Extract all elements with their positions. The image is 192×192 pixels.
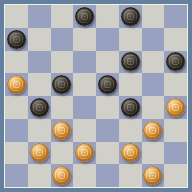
square-r5c3 [73, 119, 96, 142]
square-r0c4 [96, 5, 119, 28]
square-r1c3 [73, 28, 96, 51]
square-r3c4[interactable] [96, 73, 119, 96]
dark-piece-r0c3[interactable] [75, 7, 94, 26]
dark-piece-r2c7[interactable] [166, 52, 185, 71]
gold-piece-r5c2[interactable] [52, 121, 71, 140]
square-r0c2 [51, 5, 74, 28]
square-r7c2[interactable] [51, 164, 74, 187]
square-r6c1[interactable] [28, 142, 51, 165]
square-r0c0 [5, 5, 28, 28]
square-r4c5[interactable] [119, 96, 142, 119]
square-r1c5 [119, 28, 142, 51]
gold-piece-r3c0[interactable] [7, 75, 26, 94]
square-r4c1[interactable] [28, 96, 51, 119]
dark-piece-r3c2[interactable] [52, 75, 71, 94]
dark-piece-r1c0[interactable] [7, 30, 26, 49]
gold-piece-r6c1[interactable] [30, 143, 49, 162]
dark-piece-r2c5[interactable] [121, 52, 140, 71]
gold-piece-r7c2[interactable] [52, 166, 71, 185]
square-r5c2[interactable] [51, 119, 74, 142]
checkers-app [0, 0, 192, 192]
square-r3c3 [73, 73, 96, 96]
square-r2c5[interactable] [119, 51, 142, 74]
square-r6c4 [96, 142, 119, 165]
square-r5c4[interactable] [96, 119, 119, 142]
square-r3c0[interactable] [5, 73, 28, 96]
square-r2c2 [51, 51, 74, 74]
square-r5c6[interactable] [142, 119, 165, 142]
board-frame [0, 0, 192, 192]
square-r0c5[interactable] [119, 5, 142, 28]
square-r0c3[interactable] [73, 5, 96, 28]
square-r4c3[interactable] [73, 96, 96, 119]
square-r3c2[interactable] [51, 73, 74, 96]
square-r3c1 [28, 73, 51, 96]
square-r0c1[interactable] [28, 5, 51, 28]
square-r1c0[interactable] [5, 28, 28, 51]
square-r0c7[interactable] [164, 5, 187, 28]
gold-piece-r4c7[interactable] [166, 98, 185, 117]
square-r5c5 [119, 119, 142, 142]
square-r1c6[interactable] [142, 28, 165, 51]
square-r7c3 [73, 164, 96, 187]
square-r7c6[interactable] [142, 164, 165, 187]
square-r2c3[interactable] [73, 51, 96, 74]
dark-piece-r4c1[interactable] [30, 98, 49, 117]
square-r4c6 [142, 96, 165, 119]
square-r0c6 [142, 5, 165, 28]
gold-piece-r6c5[interactable] [121, 143, 140, 162]
square-r1c4[interactable] [96, 28, 119, 51]
gold-piece-r7c6[interactable] [143, 166, 162, 185]
square-r5c1 [28, 119, 51, 142]
square-r7c7 [164, 164, 187, 187]
square-r3c6[interactable] [142, 73, 165, 96]
square-r2c1[interactable] [28, 51, 51, 74]
square-r2c0 [5, 51, 28, 74]
square-r7c5 [119, 164, 142, 187]
square-r6c3[interactable] [73, 142, 96, 165]
dark-piece-r3c4[interactable] [98, 75, 117, 94]
square-r3c5 [119, 73, 142, 96]
square-r6c6 [142, 142, 165, 165]
square-r6c0 [5, 142, 28, 165]
gold-piece-r6c3[interactable] [75, 143, 94, 162]
square-r6c2 [51, 142, 74, 165]
square-r7c4[interactable] [96, 164, 119, 187]
square-r6c5[interactable] [119, 142, 142, 165]
square-r1c7 [164, 28, 187, 51]
square-r4c2 [51, 96, 74, 119]
square-r4c7[interactable] [164, 96, 187, 119]
square-r1c1 [28, 28, 51, 51]
dark-piece-r4c5[interactable] [121, 98, 140, 117]
square-r5c7 [164, 119, 187, 142]
square-r5c0[interactable] [5, 119, 28, 142]
square-r7c0[interactable] [5, 164, 28, 187]
square-r2c7[interactable] [164, 51, 187, 74]
square-r1c2[interactable] [51, 28, 74, 51]
square-r4c4 [96, 96, 119, 119]
square-r2c4 [96, 51, 119, 74]
dark-piece-r0c5[interactable] [121, 7, 140, 26]
square-r6c7[interactable] [164, 142, 187, 165]
square-r2c6 [142, 51, 165, 74]
square-r7c1 [28, 164, 51, 187]
square-r3c7 [164, 73, 187, 96]
square-r4c0 [5, 96, 28, 119]
gold-piece-r5c6[interactable] [143, 121, 162, 140]
checkers-board [4, 4, 188, 188]
